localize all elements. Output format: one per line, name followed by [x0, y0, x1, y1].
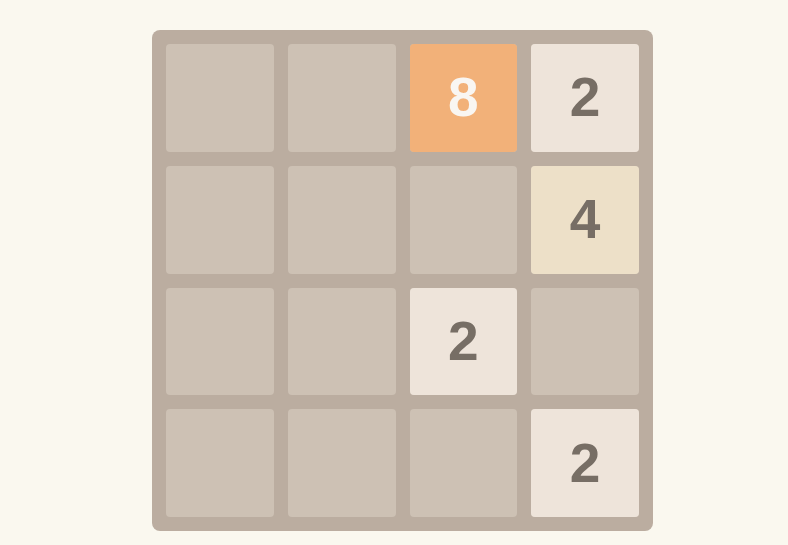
tile-4-r2c4: 4: [531, 166, 639, 274]
tile-8-r1c3: 8: [410, 44, 518, 152]
game-board-2048[interactable]: 82422: [152, 30, 653, 531]
cell-r1c1: [166, 44, 274, 152]
cell-r2c2: [288, 166, 396, 274]
cell-r1c4: 2: [531, 44, 639, 152]
cell-r4c1: [166, 409, 274, 517]
tile-2-r3c3: 2: [410, 288, 518, 396]
cell-r2c1: [166, 166, 274, 274]
cell-r4c3: [410, 409, 518, 517]
cell-r3c1: [166, 288, 274, 396]
tile-2-r4c4: 2: [531, 409, 639, 517]
cell-r3c3: 2: [410, 288, 518, 396]
cell-r3c2: [288, 288, 396, 396]
cell-r1c3: 8: [410, 44, 518, 152]
cell-r4c2: [288, 409, 396, 517]
cell-r2c4: 4: [531, 166, 639, 274]
cell-r4c4: 2: [531, 409, 639, 517]
tile-2-r1c4: 2: [531, 44, 639, 152]
cell-r1c2: [288, 44, 396, 152]
cell-r2c3: [410, 166, 518, 274]
cell-r3c4: [531, 288, 639, 396]
